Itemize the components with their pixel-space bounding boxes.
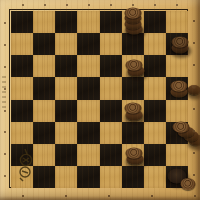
- checker-piece[interactable]: [125, 59, 142, 70]
- square-r4c5[interactable]: [100, 77, 122, 99]
- nail-dot: [176, 4, 178, 6]
- square-r8c1[interactable]: [11, 166, 33, 188]
- checker-piece[interactable]: [172, 36, 189, 47]
- nail-dot: [4, 110, 6, 112]
- nail-dot: [88, 4, 90, 6]
- square-r4c1[interactable]: [11, 77, 33, 99]
- square-r7c3[interactable]: [55, 144, 77, 166]
- square-r6c1[interactable]: [11, 122, 33, 144]
- square-r1c2[interactable]: [33, 11, 55, 33]
- checkers-board-photo: [0, 0, 200, 200]
- square-r7c2[interactable]: [33, 144, 55, 166]
- square-r5c4[interactable]: [77, 100, 99, 122]
- square-r8c6[interactable]: [122, 166, 144, 188]
- square-r5c2[interactable]: [33, 100, 55, 122]
- frame-marking: [2, 76, 6, 110]
- square-r8c5[interactable]: [100, 166, 122, 188]
- nail-dot: [4, 22, 6, 24]
- square-r6c6[interactable]: [122, 122, 144, 144]
- checker-piece[interactable]: [125, 147, 142, 158]
- nail-dot: [132, 4, 134, 6]
- square-r3c2[interactable]: [33, 55, 55, 77]
- checker-piece[interactable]: [172, 121, 189, 132]
- nail-dot: [44, 4, 46, 6]
- square-r8c7[interactable]: [144, 166, 166, 188]
- square-r1c8[interactable]: [166, 11, 188, 33]
- square-r5c3[interactable]: [55, 100, 77, 122]
- nail-dot: [4, 131, 6, 133]
- square-r4c3[interactable]: [55, 77, 77, 99]
- square-r1c5[interactable]: [100, 11, 122, 33]
- square-r6c5[interactable]: [100, 122, 122, 144]
- checker-piece[interactable]: [170, 81, 187, 92]
- square-r2c7[interactable]: [144, 33, 166, 55]
- checker-piece[interactable]: [180, 178, 195, 190]
- square-r7c4[interactable]: [77, 144, 99, 166]
- square-r4c2[interactable]: [33, 77, 55, 99]
- square-r5c1[interactable]: [11, 100, 33, 122]
- square-r5c7[interactable]: [144, 100, 166, 122]
- nail-dot: [22, 4, 24, 6]
- square-r8c2[interactable]: [33, 166, 55, 188]
- frame-bottom-edge-shadow: [0, 196, 200, 200]
- square-r7c5[interactable]: [100, 144, 122, 166]
- nail-dot: [154, 4, 156, 6]
- square-r7c1[interactable]: [11, 144, 33, 166]
- nail-dot: [110, 4, 112, 6]
- square-r2c1[interactable]: [11, 33, 33, 55]
- frame-right-edge-shadow: [195, 0, 200, 200]
- square-r2c4[interactable]: [77, 33, 99, 55]
- nail-dot: [66, 4, 68, 6]
- square-r8c4[interactable]: [77, 166, 99, 188]
- checker-piece[interactable]: [124, 7, 141, 18]
- square-r6c3[interactable]: [55, 122, 77, 144]
- square-r3c1[interactable]: [11, 55, 33, 77]
- square-r5c8[interactable]: [166, 100, 188, 122]
- checkers-board: [11, 11, 188, 188]
- nail-dot: [4, 66, 6, 68]
- square-r4c7[interactable]: [144, 77, 166, 99]
- square-r1c3[interactable]: [55, 11, 77, 33]
- nail-dot: [4, 153, 6, 155]
- square-r4c4[interactable]: [77, 77, 99, 99]
- square-r7c8[interactable]: [166, 144, 188, 166]
- square-r6c7[interactable]: [144, 122, 166, 144]
- square-r8c3[interactable]: [55, 166, 77, 188]
- square-r7c7[interactable]: [144, 144, 166, 166]
- square-r1c1[interactable]: [11, 11, 33, 33]
- square-r3c5[interactable]: [100, 55, 122, 77]
- checker-piece[interactable]: [124, 103, 141, 114]
- nail-dot: [4, 44, 6, 46]
- square-r3c4[interactable]: [77, 55, 99, 77]
- square-r6c2[interactable]: [33, 122, 55, 144]
- square-r6c4[interactable]: [77, 122, 99, 144]
- square-r1c4[interactable]: [77, 11, 99, 33]
- square-r2c2[interactable]: [33, 33, 55, 55]
- square-r1c7[interactable]: [144, 11, 166, 33]
- square-r3c3[interactable]: [55, 55, 77, 77]
- nail-dot: [4, 88, 6, 90]
- square-r5c5[interactable]: [100, 100, 122, 122]
- nail-dot: [4, 175, 6, 177]
- square-r3c8[interactable]: [166, 55, 188, 77]
- square-r2c5[interactable]: [100, 33, 122, 55]
- square-r2c3[interactable]: [55, 33, 77, 55]
